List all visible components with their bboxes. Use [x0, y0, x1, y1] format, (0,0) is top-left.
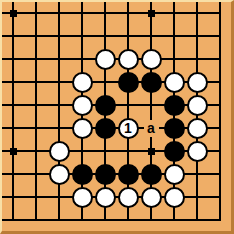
black-stone: [95, 95, 116, 116]
black-stone: [141, 72, 162, 93]
hoshi-star-point: [10, 148, 17, 155]
white-stone: [187, 118, 208, 139]
black-stone: [164, 141, 185, 162]
black-stone: [118, 164, 139, 185]
grid-line-vertical: [35, 2, 37, 221]
black-stone: [72, 164, 93, 185]
white-stone: [187, 141, 208, 162]
white-stone: [49, 164, 70, 185]
white-stone: [187, 72, 208, 93]
white-stone: [164, 164, 185, 185]
white-stone: [187, 95, 208, 116]
white-stone: [141, 49, 162, 70]
white-stone: [164, 187, 185, 208]
hoshi-star-point: [148, 10, 155, 17]
black-stone: [118, 72, 139, 93]
black-stone: [164, 118, 185, 139]
white-stone-move-1: 1: [118, 118, 139, 139]
black-stone: [141, 164, 162, 185]
white-stone: [95, 187, 116, 208]
black-stone: [164, 95, 185, 116]
black-stone: [95, 164, 116, 185]
white-stone: [118, 187, 139, 208]
black-stone: [95, 118, 116, 139]
white-stone: [72, 118, 93, 139]
white-stone: [49, 141, 70, 162]
white-stone: [95, 49, 116, 70]
white-stone: [118, 49, 139, 70]
move-number-label: 1: [124, 121, 132, 135]
white-stone: [164, 72, 185, 93]
hoshi-star-point: [148, 148, 155, 155]
white-stone: [72, 187, 93, 208]
grid-line-vertical: [12, 2, 14, 221]
grid-line-vertical: [219, 2, 221, 221]
point-label-a: a: [144, 120, 159, 137]
hoshi-star-point: [10, 10, 17, 17]
white-stone: [72, 95, 93, 116]
white-stone: [141, 187, 162, 208]
grid-line-vertical: [58, 2, 60, 221]
go-diagram-image: 1a: [0, 0, 234, 234]
white-stone: [72, 72, 93, 93]
